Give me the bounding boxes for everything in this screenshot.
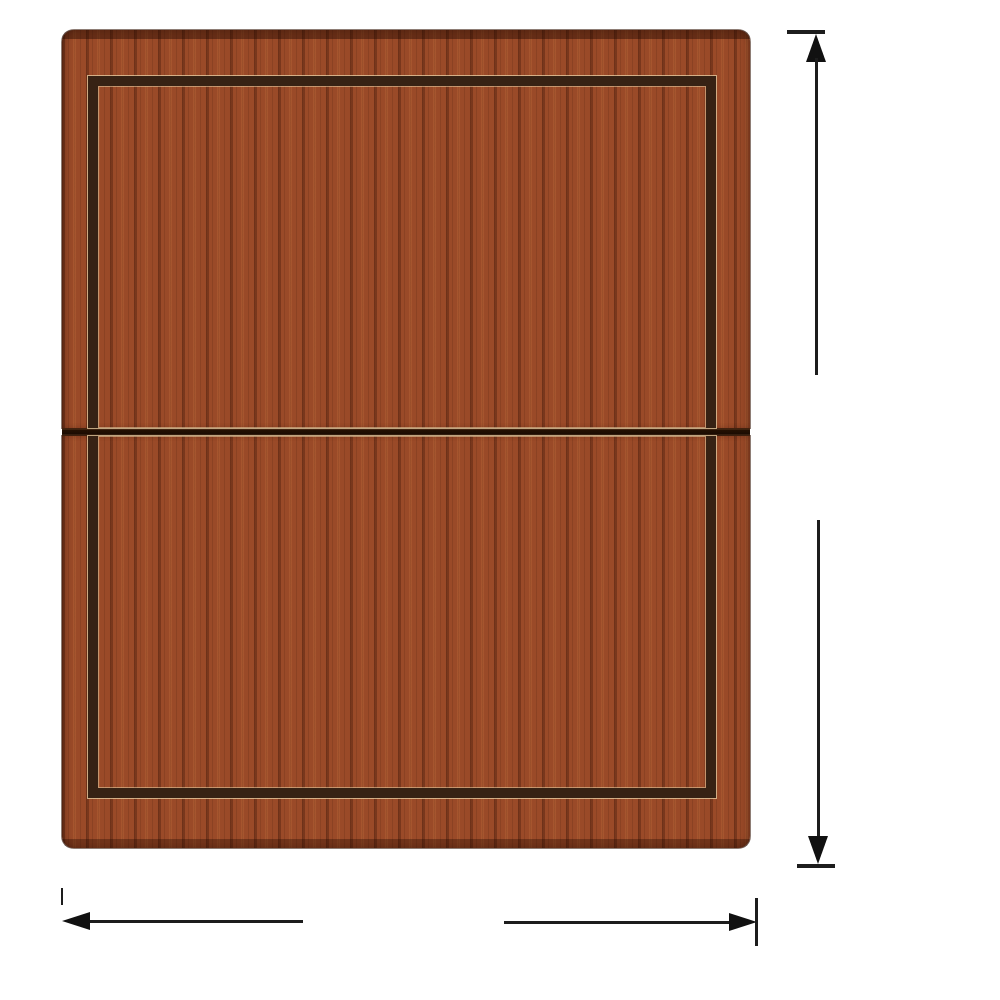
height-line-lower (817, 520, 820, 837)
chessboard (62, 30, 750, 848)
width-line-left (90, 920, 303, 923)
playing-area-top (88, 76, 716, 428)
playing-area-bottom (88, 436, 716, 798)
width-left-tick (61, 888, 63, 905)
width-arrowhead-left-icon (62, 912, 90, 930)
board-bottom-half (62, 436, 750, 848)
height-arrowhead-down-icon (808, 836, 828, 864)
width-line-right (504, 921, 730, 924)
squares-grid-top (98, 86, 706, 428)
height-line-upper (815, 58, 818, 375)
squares-grid-bottom (98, 436, 706, 788)
board-top-half (62, 30, 750, 428)
height-bottom-tick (797, 864, 835, 868)
width-arrowhead-right-icon (729, 913, 757, 931)
width-right-tick (755, 898, 758, 946)
hinge-seam (62, 428, 750, 436)
